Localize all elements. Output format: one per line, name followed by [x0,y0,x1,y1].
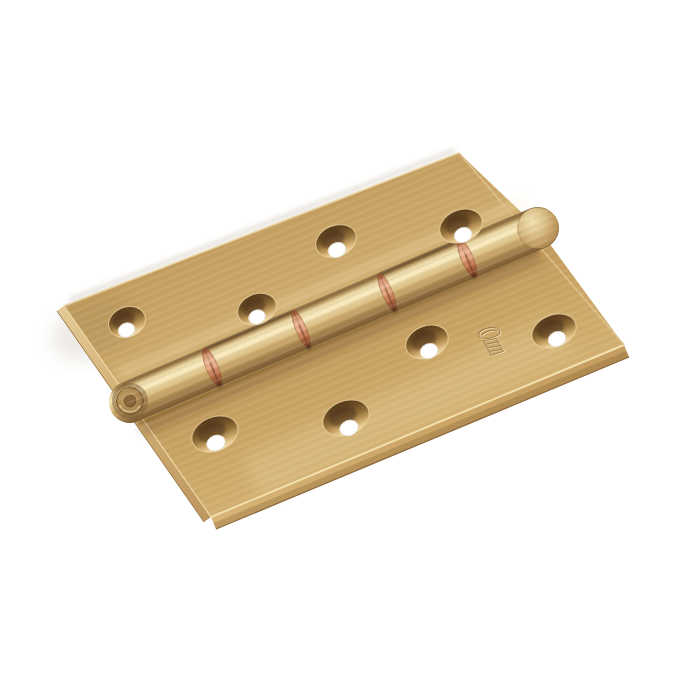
product-photo [0,0,700,700]
hinge-photo-canvas [0,0,700,700]
